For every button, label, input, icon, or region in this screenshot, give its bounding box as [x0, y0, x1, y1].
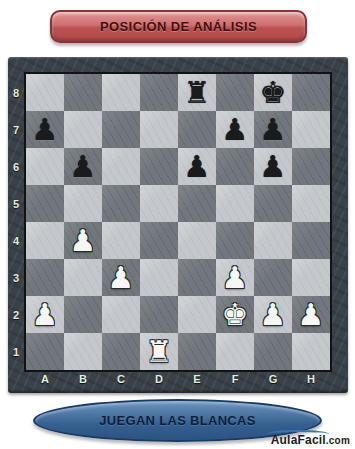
square-g6: ♟ — [254, 148, 292, 185]
file-label-d: D — [140, 373, 178, 385]
piece-white-pawn-b4: ♟ — [70, 222, 97, 259]
square-c1 — [102, 333, 140, 370]
file-labels: ABCDEFGH — [26, 373, 330, 385]
file-label-f: F — [216, 373, 254, 385]
rank-label-3: 3 — [8, 259, 24, 296]
analysis-position-label: POSICIÓN DE ANÁLISIS — [100, 19, 257, 34]
piece-white-king-f2: ♚ — [222, 296, 249, 333]
piece-black-pawn-e6: ♟ — [184, 148, 211, 185]
rank-label-6: 6 — [8, 148, 24, 185]
brand-swoosh-icon — [267, 430, 329, 438]
square-b6: ♟ — [64, 148, 102, 185]
square-g5 — [254, 185, 292, 222]
square-e3 — [178, 259, 216, 296]
square-g3 — [254, 259, 292, 296]
piece-black-rook-e8: ♜ — [184, 74, 211, 111]
square-d8 — [140, 74, 178, 111]
piece-white-pawn-f3: ♟ — [222, 259, 249, 296]
file-label-a: A — [26, 373, 64, 385]
square-h2: ♟ — [292, 296, 330, 333]
square-c8 — [102, 74, 140, 111]
square-e5 — [178, 185, 216, 222]
square-b8 — [64, 74, 102, 111]
rank-label-5: 5 — [8, 185, 24, 222]
square-a7: ♟ — [26, 111, 64, 148]
piece-black-pawn-b6: ♟ — [70, 148, 97, 185]
file-label-h: H — [292, 373, 330, 385]
square-d7 — [140, 111, 178, 148]
square-e4 — [178, 222, 216, 259]
square-b3 — [64, 259, 102, 296]
chess-board: ♜♚♟♟♟♟♟♟♟♟♟♟♚♟♟♜ — [26, 74, 330, 370]
analysis-position-banner: POSICIÓN DE ANÁLISIS — [50, 10, 307, 43]
piece-black-pawn-g6: ♟ — [260, 148, 287, 185]
square-h8 — [292, 74, 330, 111]
piece-black-pawn-f7: ♟ — [222, 111, 249, 148]
piece-white-rook-d1: ♜ — [146, 333, 173, 370]
file-label-b: B — [64, 373, 102, 385]
square-b5 — [64, 185, 102, 222]
square-g8: ♚ — [254, 74, 292, 111]
square-c5 — [102, 185, 140, 222]
square-d3 — [140, 259, 178, 296]
file-label-g: G — [254, 373, 292, 385]
square-a4 — [26, 222, 64, 259]
page: POSICIÓN DE ANÁLISIS 87654321 ♜♚♟♟♟♟♟♟♟♟… — [0, 0, 355, 449]
square-d4 — [140, 222, 178, 259]
square-e1 — [178, 333, 216, 370]
square-b2 — [64, 296, 102, 333]
square-e8: ♜ — [178, 74, 216, 111]
rank-label-7: 7 — [8, 111, 24, 148]
square-c6 — [102, 148, 140, 185]
piece-white-pawn-h2: ♟ — [298, 296, 325, 333]
rank-label-8: 8 — [8, 74, 24, 111]
square-f5 — [216, 185, 254, 222]
square-d5 — [140, 185, 178, 222]
square-g2: ♟ — [254, 296, 292, 333]
square-b7 — [64, 111, 102, 148]
square-f6 — [216, 148, 254, 185]
brand-watermark: AulaFacil.com — [271, 433, 350, 447]
piece-white-pawn-g2: ♟ — [260, 296, 287, 333]
rank-labels: 87654321 — [8, 74, 24, 370]
piece-black-pawn-a7: ♟ — [32, 111, 59, 148]
brand-suffix: .com — [326, 435, 350, 446]
file-label-e: E — [178, 373, 216, 385]
file-label-c: C — [102, 373, 140, 385]
square-d2 — [140, 296, 178, 333]
rank-label-2: 2 — [8, 296, 24, 333]
board-border: ♜♚♟♟♟♟♟♟♟♟♟♟♚♟♟♜ — [24, 72, 332, 372]
square-g7: ♟ — [254, 111, 292, 148]
piece-black-pawn-g7: ♟ — [260, 111, 287, 148]
square-a6 — [26, 148, 64, 185]
chess-board-frame: 87654321 ♜♚♟♟♟♟♟♟♟♟♟♟♚♟♟♜ ABCDEFGH — [8, 57, 348, 393]
square-c2 — [102, 296, 140, 333]
square-h3 — [292, 259, 330, 296]
piece-black-king-g8: ♚ — [260, 74, 287, 111]
square-g4 — [254, 222, 292, 259]
square-e2 — [178, 296, 216, 333]
square-a2: ♟ — [26, 296, 64, 333]
piece-white-pawn-a2: ♟ — [32, 296, 59, 333]
square-e7 — [178, 111, 216, 148]
square-c7 — [102, 111, 140, 148]
square-h1 — [292, 333, 330, 370]
square-a3 — [26, 259, 64, 296]
square-a8 — [26, 74, 64, 111]
white-to-move-label: JUEGAN LAS BLANCAS — [99, 413, 255, 428]
square-d6 — [140, 148, 178, 185]
square-h4 — [292, 222, 330, 259]
rank-label-1: 1 — [8, 333, 24, 370]
square-f1 — [216, 333, 254, 370]
square-f7: ♟ — [216, 111, 254, 148]
square-f8 — [216, 74, 254, 111]
square-f4 — [216, 222, 254, 259]
square-e6: ♟ — [178, 148, 216, 185]
square-f3: ♟ — [216, 259, 254, 296]
square-b4: ♟ — [64, 222, 102, 259]
square-b1 — [64, 333, 102, 370]
square-g1 — [254, 333, 292, 370]
square-f2: ♚ — [216, 296, 254, 333]
square-a5 — [26, 185, 64, 222]
square-c4 — [102, 222, 140, 259]
square-h6 — [292, 148, 330, 185]
square-h7 — [292, 111, 330, 148]
square-d1: ♜ — [140, 333, 178, 370]
square-h5 — [292, 185, 330, 222]
piece-white-pawn-c3: ♟ — [108, 259, 135, 296]
square-a1 — [26, 333, 64, 370]
square-c3: ♟ — [102, 259, 140, 296]
rank-label-4: 4 — [8, 222, 24, 259]
